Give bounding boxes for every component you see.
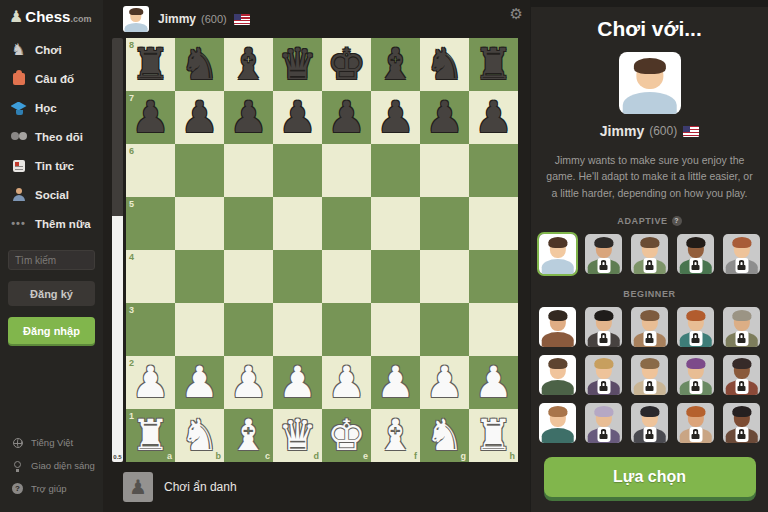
locked-bot-avatar[interactable] [677,307,714,347]
square-e2[interactable]: ♟ [322,356,371,409]
graduation-cap-icon [11,101,27,115]
locked-bot-avatar[interactable] [677,355,714,395]
avatar-person [539,355,576,395]
binoculars-icon [11,132,27,141]
white-pawn: ♟ [420,356,469,409]
lock-icon [735,379,748,394]
square-e7[interactable]: ♟ [322,91,371,144]
bot-description: Jimmy wants to make sure you enjoy the g… [543,152,757,201]
adaptive-avatar-grid [539,234,760,274]
sidebar-item-learn[interactable]: Học [0,93,103,122]
locked-bot-avatar[interactable] [677,403,714,443]
choose-button[interactable]: Lựa chọn [544,457,756,497]
square-f7[interactable]: ♟ [371,91,420,144]
square-h3[interactable] [469,303,518,356]
square-e1[interactable]: e♚ [322,409,371,462]
white-pawn: ♟ [322,356,371,409]
square-h4[interactable] [469,250,518,303]
adaptive-section-label: ADAPTIVE ? [617,216,681,226]
square-b1[interactable]: b♞ [175,409,224,462]
knight-icon: ♞ [11,42,25,58]
square-c7[interactable]: ♟ [224,91,273,144]
locked-bot-avatar[interactable] [631,403,668,443]
square-b5[interactable] [175,197,224,250]
square-h8[interactable]: ♜ [469,38,518,91]
rank-label: 2 [129,358,134,368]
square-g3[interactable] [420,303,469,356]
locked-bot-avatar[interactable] [677,234,714,274]
square-f8[interactable]: ♝ [371,38,420,91]
locked-bot-avatar[interactable] [585,307,622,347]
square-f5[interactable] [371,197,420,250]
locked-bot-avatar[interactable] [585,403,622,443]
avatar-person [539,234,576,274]
square-b7[interactable]: ♟ [175,91,224,144]
evaluation-white-fill: 0.5 [112,216,123,462]
white-rook: ♜ [126,409,175,462]
sidebar: ♟ Chess .com ♞ Chơi Câu đố Học Theo dõi … [0,0,103,512]
sidebar-item-label: Tin tức [35,160,74,172]
sidebar-item-more[interactable]: ••• Thêm nữa [0,209,103,238]
lightbulb-icon [14,461,21,468]
sidebar-item-label: Chơi [35,44,62,56]
rank-label: 8 [129,40,134,50]
sidebar-item-label: Theo dõi [35,131,83,143]
evaluation-bar: 0.5 [112,38,123,462]
avatar-person [123,6,149,32]
file-label: c [265,451,270,461]
black-king: ♚ [322,38,371,91]
white-queen: ♛ [273,409,322,462]
locked-bot-avatar[interactable] [723,234,760,274]
lock-icon [597,331,610,346]
black-pawn: ♟ [469,91,518,144]
light-theme-link[interactable]: Giao diện sáng [10,454,103,477]
signup-button[interactable]: Đăng ký [8,281,95,306]
evaluation-score: 0.5 [112,454,123,460]
lock-icon [689,427,702,442]
locked-bot-avatar[interactable] [723,355,760,395]
bot-avatar[interactable] [539,307,576,347]
black-knight: ♞ [420,38,469,91]
square-c2[interactable]: ♟ [224,356,273,409]
square-e8[interactable]: ♚ [322,38,371,91]
black-pawn: ♟ [224,91,273,144]
square-b2[interactable]: ♟ [175,356,224,409]
lock-icon [689,331,702,346]
rank-label: 3 [129,305,134,315]
footer-label: Tiếng Việt [31,437,73,448]
white-pawn: ♟ [126,356,175,409]
white-pawn: ♟ [175,356,224,409]
board-area: Jimmy (600) ⚙ 0.5 8♜♞♝♛♚♝♞♜7♟♟♟♟♟♟♟♟6543… [103,0,530,512]
square-e6[interactable] [322,144,371,197]
avatar-person [619,52,681,114]
chess-board[interactable]: 8♜♞♝♛♚♝♞♜7♟♟♟♟♟♟♟♟65432♟♟♟♟♟♟♟♟1a♜b♞c♝d♛… [126,38,518,462]
square-e5[interactable] [322,197,371,250]
white-pawn: ♟ [371,356,420,409]
dots-icon: ••• [11,218,26,229]
white-knight: ♞ [175,409,224,462]
sidebar-item-label: Câu đố [35,73,74,85]
square-a7[interactable]: 7♟ [126,91,175,144]
square-h1[interactable]: h♜ [469,409,518,462]
locked-bot-avatar[interactable] [723,307,760,347]
square-f4[interactable] [371,250,420,303]
person-icon [12,188,26,201]
bottom-player-name: Chơi ẩn danh [164,480,237,494]
top-player-name[interactable]: Jimmy [158,12,196,26]
square-d5[interactable] [273,197,322,250]
sidebar-item-label: Học [35,102,57,114]
sidebar-menu: ♞ Chơi Câu đố Học Theo dõi Tin tức Socia… [0,35,103,238]
search-input[interactable] [8,250,95,270]
square-a1[interactable]: 1a♜ [126,409,175,462]
square-e4[interactable] [322,250,371,303]
footer-label: Trợ giúp [31,483,66,494]
white-pawn: ♟ [273,356,322,409]
sidebar-item-news[interactable]: Tin tức [0,151,103,180]
lock-icon [689,379,702,394]
square-a3[interactable]: 3 [126,303,175,356]
bot-name: Jimmy [600,123,644,139]
lock-icon [643,427,656,442]
footer-label: Giao diện sáng [31,460,95,471]
file-label: b [216,451,222,461]
square-h5[interactable] [469,197,518,250]
square-a2[interactable]: 2♟ [126,356,175,409]
lock-icon [597,427,610,442]
lock-icon [643,379,656,394]
file-label: f [414,451,417,461]
square-g2[interactable]: ♟ [420,356,469,409]
sidebar-footer: Tiếng Việt Giao diện sáng ? Trợ giúp [0,431,103,512]
help-link[interactable]: ? Trợ giúp [10,477,103,500]
white-pawn: ♟ [224,356,273,409]
square-g7[interactable]: ♟ [420,91,469,144]
square-f1[interactable]: f♝ [371,409,420,462]
square-e3[interactable] [322,303,371,356]
square-d3[interactable] [273,303,322,356]
beginner-avatar-grid [539,307,760,443]
square-h2[interactable]: ♟ [469,356,518,409]
locked-bot-avatar[interactable] [585,355,622,395]
white-king: ♚ [322,409,371,462]
square-d2[interactable]: ♟ [273,356,322,409]
square-d8[interactable]: ♛ [273,38,322,91]
square-c6[interactable] [224,144,273,197]
beginner-section-label: BEGINNER [623,289,675,299]
square-d4[interactable] [273,250,322,303]
square-b4[interactable] [175,250,224,303]
lock-icon [735,258,748,273]
square-b3[interactable] [175,303,224,356]
settings-gear-icon[interactable]: ⚙ [510,7,523,22]
selected-bot-avatar[interactable] [619,52,681,114]
black-rook: ♜ [469,38,518,91]
square-c5[interactable] [224,197,273,250]
square-d1[interactable]: d♛ [273,409,322,462]
white-knight: ♞ [420,409,469,462]
play-vs-panel: Chơi với... Jimmy (600) Jimmy wants to m… [530,0,768,512]
rank-label: 1 [129,411,134,421]
rank-label: 5 [129,199,134,209]
us-flag-icon [683,126,699,137]
white-bishop: ♝ [224,409,273,462]
black-pawn: ♟ [322,91,371,144]
square-a8[interactable]: 8♜ [126,38,175,91]
file-label: a [167,451,172,461]
square-a6[interactable]: 6 [126,144,175,197]
sidebar-item-play[interactable]: ♞ Chơi [0,35,103,64]
avatar-person [539,307,576,347]
white-bishop: ♝ [371,409,420,462]
lock-icon [643,258,656,273]
square-g1[interactable]: g♞ [420,409,469,462]
help-icon: ? [12,483,23,494]
locked-bot-avatar[interactable] [631,355,668,395]
square-a4[interactable]: 4 [126,250,175,303]
chesscom-logo[interactable]: ♟ Chess .com [0,0,103,30]
lock-icon [735,331,748,346]
lock-icon [597,258,610,273]
square-d6[interactable] [273,144,322,197]
square-c4[interactable] [224,250,273,303]
square-b6[interactable] [175,144,224,197]
black-pawn: ♟ [273,91,322,144]
square-b8[interactable]: ♞ [175,38,224,91]
top-player-bar: Jimmy (600) ⚙ [103,0,530,38]
lock-icon [735,427,748,442]
login-button[interactable]: Đăng nhập [8,317,95,344]
bot-avatar[interactable] [539,355,576,395]
locked-bot-avatar[interactable] [631,307,668,347]
puzzle-icon [13,73,25,85]
us-flag-icon [234,14,250,25]
black-bishop: ♝ [371,38,420,91]
bot-avatar[interactable] [539,403,576,443]
square-d7[interactable]: ♟ [273,91,322,144]
bottom-player-bar: ♟ Chơi ẩn danh [103,462,530,512]
square-a5[interactable]: 5 [126,197,175,250]
black-pawn: ♟ [126,91,175,144]
anonymous-pawn-avatar[interactable]: ♟ [123,472,153,502]
black-bishop: ♝ [224,38,273,91]
globe-icon [13,438,23,448]
square-h7[interactable]: ♟ [469,91,518,144]
file-label: d [314,451,320,461]
square-g5[interactable] [420,197,469,250]
square-f2[interactable]: ♟ [371,356,420,409]
square-f6[interactable] [371,144,420,197]
square-f3[interactable] [371,303,420,356]
lock-icon [597,379,610,394]
sidebar-item-social[interactable]: Social [0,180,103,209]
square-c8[interactable]: ♝ [224,38,273,91]
file-label: h [510,451,516,461]
newspaper-icon [13,160,25,172]
sidebar-item-label: Social [35,189,69,201]
logo-pawn-icon: ♟ [9,7,23,26]
help-question-icon[interactable]: ? [672,216,682,226]
locked-bot-avatar[interactable] [631,234,668,274]
square-g6[interactable] [420,144,469,197]
rank-label: 7 [129,93,134,103]
black-rook: ♜ [126,38,175,91]
square-c3[interactable] [224,303,273,356]
black-pawn: ♟ [420,91,469,144]
top-player-rating: (600) [201,13,227,25]
bot-rating: (600) [649,124,677,138]
white-pawn: ♟ [469,356,518,409]
locked-bot-avatar[interactable] [723,403,760,443]
rank-label: 6 [129,146,134,156]
white-rook: ♜ [469,409,518,462]
file-label: e [363,451,368,461]
black-pawn: ♟ [175,91,224,144]
square-g4[interactable] [420,250,469,303]
sidebar-item-puzzles[interactable]: Câu đố [0,64,103,93]
logo-suffix: .com [70,14,91,24]
square-h6[interactable] [469,144,518,197]
top-player-avatar[interactable] [123,6,149,32]
avatar-person [539,403,576,443]
selected-bot-info: Jimmy (600) [600,123,699,139]
logo-text: Chess [25,8,70,25]
black-queen: ♛ [273,38,322,91]
bot-avatar[interactable] [539,234,576,274]
black-pawn: ♟ [371,91,420,144]
black-knight: ♞ [175,38,224,91]
lock-icon [643,331,656,346]
lock-icon [689,258,702,273]
file-label: g [461,451,467,461]
locked-bot-avatar[interactable] [585,234,622,274]
rank-label: 4 [129,252,134,262]
square-c1[interactable]: c♝ [224,409,273,462]
square-g8[interactable]: ♞ [420,38,469,91]
sidebar-item-watch[interactable]: Theo dõi [0,122,103,151]
sidebar-item-label: Thêm nữa [35,218,91,230]
panel-title: Chơi với... [597,17,702,41]
language-link[interactable]: Tiếng Việt [10,431,103,454]
